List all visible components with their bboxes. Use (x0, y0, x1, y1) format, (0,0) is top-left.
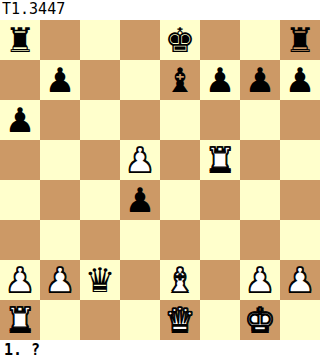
piece-black-pawn: ♟ (125, 180, 155, 220)
square-g1[interactable]: ♚ (240, 300, 280, 340)
square-d5[interactable]: ♟ (120, 140, 160, 180)
piece-white-bishop: ♝ (165, 260, 195, 300)
square-h3[interactable] (280, 220, 320, 260)
square-d1[interactable] (120, 300, 160, 340)
square-h2[interactable]: ♟ (280, 260, 320, 300)
square-f4[interactable] (200, 180, 240, 220)
square-c2[interactable]: ♛ (80, 260, 120, 300)
square-c4[interactable] (80, 180, 120, 220)
square-e3[interactable] (160, 220, 200, 260)
square-d4[interactable]: ♟ (120, 180, 160, 220)
square-a2[interactable]: ♟ (0, 260, 40, 300)
square-h5[interactable] (280, 140, 320, 180)
square-h7[interactable]: ♟ (280, 60, 320, 100)
piece-black-queen: ♛ (85, 260, 115, 300)
square-a3[interactable] (0, 220, 40, 260)
square-c7[interactable] (80, 60, 120, 100)
square-d3[interactable] (120, 220, 160, 260)
square-h4[interactable] (280, 180, 320, 220)
square-g4[interactable] (240, 180, 280, 220)
square-b8[interactable] (40, 20, 80, 60)
square-b2[interactable]: ♟ (40, 260, 80, 300)
piece-white-pawn: ♟ (245, 260, 275, 300)
square-g6[interactable] (240, 100, 280, 140)
square-e8[interactable]: ♚ (160, 20, 200, 60)
piece-white-pawn: ♟ (45, 260, 75, 300)
square-b1[interactable] (40, 300, 80, 340)
square-e1[interactable]: ♛ (160, 300, 200, 340)
piece-black-pawn: ♟ (45, 60, 75, 100)
square-f5[interactable]: ♜ (200, 140, 240, 180)
square-a1[interactable]: ♜ (0, 300, 40, 340)
square-f1[interactable] (200, 300, 240, 340)
square-e2[interactable]: ♝ (160, 260, 200, 300)
square-e7[interactable]: ♝ (160, 60, 200, 100)
square-d6[interactable] (120, 100, 160, 140)
move-prompt: 1. ? (0, 340, 320, 360)
piece-white-pawn: ♟ (125, 140, 155, 180)
square-g3[interactable] (240, 220, 280, 260)
piece-white-rook: ♜ (5, 300, 35, 340)
piece-black-pawn: ♟ (5, 100, 35, 140)
square-h8[interactable]: ♜ (280, 20, 320, 60)
square-b3[interactable] (40, 220, 80, 260)
square-h6[interactable] (280, 100, 320, 140)
piece-white-pawn: ♟ (5, 260, 35, 300)
square-f2[interactable] (200, 260, 240, 300)
piece-black-pawn: ♟ (245, 60, 275, 100)
square-c6[interactable] (80, 100, 120, 140)
square-c1[interactable] (80, 300, 120, 340)
piece-black-king: ♚ (165, 20, 195, 60)
square-g5[interactable] (240, 140, 280, 180)
square-g7[interactable]: ♟ (240, 60, 280, 100)
square-d8[interactable] (120, 20, 160, 60)
square-a8[interactable]: ♜ (0, 20, 40, 60)
square-c3[interactable] (80, 220, 120, 260)
square-e4[interactable] (160, 180, 200, 220)
chess-board: ♜♚♜♟♝♟♟♟♟♟♜♟♟♟♛♝♟♟♜♛♚ (0, 20, 320, 340)
square-f3[interactable] (200, 220, 240, 260)
square-b6[interactable] (40, 100, 80, 140)
square-d2[interactable] (120, 260, 160, 300)
square-a5[interactable] (0, 140, 40, 180)
square-f7[interactable]: ♟ (200, 60, 240, 100)
piece-black-rook: ♜ (285, 20, 315, 60)
piece-black-rook: ♜ (5, 20, 35, 60)
square-b4[interactable] (40, 180, 80, 220)
square-f6[interactable] (200, 100, 240, 140)
piece-white-pawn: ♟ (285, 260, 315, 300)
piece-black-pawn: ♟ (285, 60, 315, 100)
square-g8[interactable] (240, 20, 280, 60)
square-b5[interactable] (40, 140, 80, 180)
square-e6[interactable] (160, 100, 200, 140)
square-f8[interactable] (200, 20, 240, 60)
piece-white-rook: ♜ (205, 140, 235, 180)
piece-white-king: ♚ (245, 300, 275, 340)
square-a7[interactable] (0, 60, 40, 100)
square-d7[interactable] (120, 60, 160, 100)
square-h1[interactable] (280, 300, 320, 340)
piece-black-bishop: ♝ (165, 60, 195, 100)
square-c8[interactable] (80, 20, 120, 60)
piece-white-queen: ♛ (165, 300, 195, 340)
square-a4[interactable] (0, 180, 40, 220)
square-e5[interactable] (160, 140, 200, 180)
square-c5[interactable] (80, 140, 120, 180)
piece-black-pawn: ♟ (205, 60, 235, 100)
square-a6[interactable]: ♟ (0, 100, 40, 140)
puzzle-id: T1.3447 (0, 0, 320, 20)
square-b7[interactable]: ♟ (40, 60, 80, 100)
square-g2[interactable]: ♟ (240, 260, 280, 300)
